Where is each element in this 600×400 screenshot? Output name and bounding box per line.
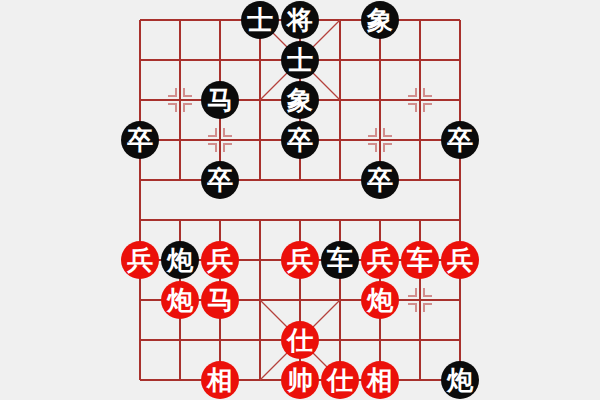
piece-red-soldier[interactable]: 兵 xyxy=(281,241,319,279)
piece-red-chariot[interactable]: 车 xyxy=(401,241,439,279)
piece-black-elephant[interactable]: 象 xyxy=(361,1,399,39)
piece-black-soldier[interactable]: 卒 xyxy=(281,121,319,159)
piece-black-soldier[interactable]: 卒 xyxy=(441,121,479,159)
piece-red-general[interactable]: 帅 xyxy=(281,361,319,399)
piece-red-soldier[interactable]: 兵 xyxy=(361,241,399,279)
piece-black-advisor[interactable]: 士 xyxy=(241,1,279,39)
piece-black-advisor[interactable]: 士 xyxy=(281,41,319,79)
piece-black-elephant[interactable]: 象 xyxy=(281,81,319,119)
xiangqi-board: 士将象士马象卒卒卒卒卒炮车炮兵兵兵兵兵车炮马炮仕相帅仕相 xyxy=(0,0,600,400)
piece-red-horse[interactable]: 马 xyxy=(201,281,239,319)
piece-red-soldier[interactable]: 兵 xyxy=(201,241,239,279)
piece-black-soldier[interactable]: 卒 xyxy=(201,161,239,199)
piece-red-soldier[interactable]: 兵 xyxy=(121,241,159,279)
piece-red-soldier[interactable]: 兵 xyxy=(441,241,479,279)
piece-black-general[interactable]: 将 xyxy=(281,1,319,39)
piece-black-cannon[interactable]: 炮 xyxy=(441,361,479,399)
piece-black-soldier[interactable]: 卒 xyxy=(361,161,399,199)
piece-black-horse[interactable]: 马 xyxy=(201,81,239,119)
pieces-layer: 士将象士马象卒卒卒卒卒炮车炮兵兵兵兵兵车炮马炮仕相帅仕相 xyxy=(120,0,480,400)
piece-black-chariot[interactable]: 车 xyxy=(321,241,359,279)
piece-red-advisor[interactable]: 仕 xyxy=(281,321,319,359)
piece-black-cannon[interactable]: 炮 xyxy=(161,241,199,279)
piece-red-cannon[interactable]: 炮 xyxy=(361,281,399,319)
piece-red-elephant[interactable]: 相 xyxy=(361,361,399,399)
piece-red-advisor[interactable]: 仕 xyxy=(321,361,359,399)
piece-black-soldier[interactable]: 卒 xyxy=(121,121,159,159)
piece-red-cannon[interactable]: 炮 xyxy=(161,281,199,319)
piece-red-elephant[interactable]: 相 xyxy=(201,361,239,399)
